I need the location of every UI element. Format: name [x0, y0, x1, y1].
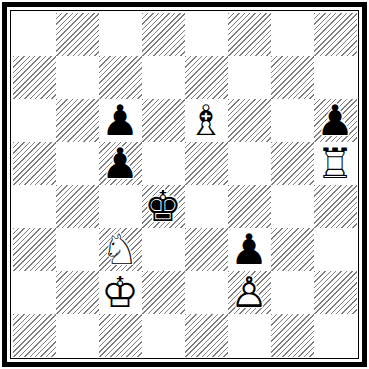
- square-g5[interactable]: [271, 142, 314, 185]
- white-knight-fill: ♞: [99, 228, 142, 271]
- square-d7[interactable]: [142, 56, 185, 99]
- square-c4[interactable]: [99, 185, 142, 228]
- square-d4[interactable]: ♚: [142, 185, 185, 228]
- square-f7[interactable]: [228, 56, 271, 99]
- square-h3[interactable]: [314, 228, 357, 271]
- chess-board: ♟♝♗♟♟♜♖♚♞♘♟♚♔♟♙: [13, 13, 357, 357]
- square-b2[interactable]: [56, 271, 99, 314]
- square-h8[interactable]: [314, 13, 357, 56]
- square-g6[interactable]: [271, 99, 314, 142]
- square-g3[interactable]: [271, 228, 314, 271]
- square-a2[interactable]: [13, 271, 56, 314]
- white-king-icon: ♔: [99, 271, 142, 314]
- square-a7[interactable]: [13, 56, 56, 99]
- square-b1[interactable]: [56, 314, 99, 357]
- black-pawn-icon: ♟: [99, 142, 142, 185]
- board-outer-border: ♟♝♗♟♟♜♖♚♞♘♟♚♔♟♙: [2, 2, 367, 367]
- white-rook-icon: ♖: [314, 142, 357, 185]
- square-f8[interactable]: [228, 13, 271, 56]
- square-c5[interactable]: ♟: [99, 142, 142, 185]
- square-f1[interactable]: [228, 314, 271, 357]
- square-e2[interactable]: [185, 271, 228, 314]
- square-h5[interactable]: ♜♖: [314, 142, 357, 185]
- square-e8[interactable]: [185, 13, 228, 56]
- square-e4[interactable]: [185, 185, 228, 228]
- square-c8[interactable]: [99, 13, 142, 56]
- square-d3[interactable]: [142, 228, 185, 271]
- square-c1[interactable]: [99, 314, 142, 357]
- black-pawn-icon: ♟: [228, 228, 271, 271]
- square-f4[interactable]: [228, 185, 271, 228]
- square-g1[interactable]: [271, 314, 314, 357]
- square-g4[interactable]: [271, 185, 314, 228]
- white-bishop-icon: ♗: [185, 99, 228, 142]
- black-king-icon: ♚: [142, 185, 185, 228]
- white-knight-icon: ♘: [99, 228, 142, 271]
- square-a6[interactable]: [13, 99, 56, 142]
- white-king-fill: ♚: [99, 271, 142, 314]
- square-d5[interactable]: [142, 142, 185, 185]
- square-c2[interactable]: ♚♔: [99, 271, 142, 314]
- square-f3[interactable]: ♟: [228, 228, 271, 271]
- square-b8[interactable]: [56, 13, 99, 56]
- square-g2[interactable]: [271, 271, 314, 314]
- square-a8[interactable]: [13, 13, 56, 56]
- black-pawn-icon: ♟: [314, 99, 357, 142]
- square-a3[interactable]: [13, 228, 56, 271]
- square-c7[interactable]: [99, 56, 142, 99]
- square-g8[interactable]: [271, 13, 314, 56]
- square-g7[interactable]: [271, 56, 314, 99]
- white-pawn-icon: ♙: [228, 271, 271, 314]
- black-pawn-icon: ♟: [99, 99, 142, 142]
- square-d6[interactable]: [142, 99, 185, 142]
- white-pawn-fill: ♟: [228, 271, 271, 314]
- square-f5[interactable]: [228, 142, 271, 185]
- board-inner-border: ♟♝♗♟♟♜♖♚♞♘♟♚♔♟♙: [10, 10, 359, 359]
- square-e5[interactable]: [185, 142, 228, 185]
- square-f6[interactable]: [228, 99, 271, 142]
- square-h7[interactable]: [314, 56, 357, 99]
- square-c6[interactable]: ♟: [99, 99, 142, 142]
- square-b4[interactable]: [56, 185, 99, 228]
- white-bishop-fill: ♝: [185, 99, 228, 142]
- square-c3[interactable]: ♞♘: [99, 228, 142, 271]
- square-h2[interactable]: [314, 271, 357, 314]
- square-b3[interactable]: [56, 228, 99, 271]
- square-a1[interactable]: [13, 314, 56, 357]
- square-b7[interactable]: [56, 56, 99, 99]
- square-b5[interactable]: [56, 142, 99, 185]
- square-e6[interactable]: ♝♗: [185, 99, 228, 142]
- square-h6[interactable]: ♟: [314, 99, 357, 142]
- white-rook-fill: ♜: [314, 142, 357, 185]
- square-a5[interactable]: [13, 142, 56, 185]
- square-d1[interactable]: [142, 314, 185, 357]
- square-h4[interactable]: [314, 185, 357, 228]
- square-b6[interactable]: [56, 99, 99, 142]
- square-d8[interactable]: [142, 13, 185, 56]
- chess-diagram: ♟♝♗♟♟♜♖♚♞♘♟♚♔♟♙: [0, 0, 369, 369]
- square-d2[interactable]: [142, 271, 185, 314]
- square-a4[interactable]: [13, 185, 56, 228]
- square-e3[interactable]: [185, 228, 228, 271]
- square-h1[interactable]: [314, 314, 357, 357]
- square-e7[interactable]: [185, 56, 228, 99]
- square-f2[interactable]: ♟♙: [228, 271, 271, 314]
- square-e1[interactable]: [185, 314, 228, 357]
